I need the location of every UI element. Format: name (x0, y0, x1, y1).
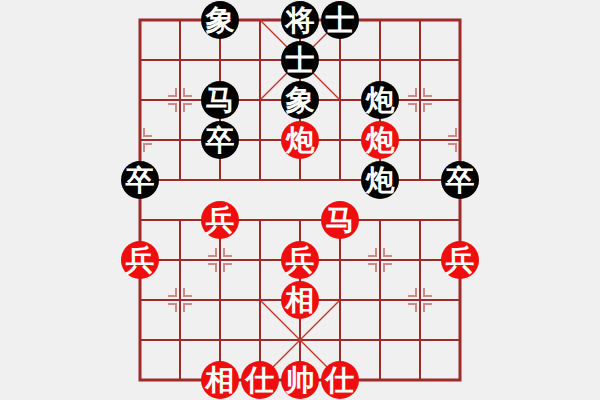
black-cannon[interactable]: 炮 (361, 161, 399, 199)
red-soldier[interactable]: 兵 (201, 201, 239, 239)
black-general[interactable]: 将 (281, 1, 319, 39)
red-soldier[interactable]: 兵 (281, 241, 319, 279)
black-elephant[interactable]: 象 (201, 1, 239, 39)
black-soldier[interactable]: 卒 (201, 121, 239, 159)
xiangqi-board: 象将士士马象炮卒炮炮卒炮卒兵马兵兵兵相相仕帅仕 (0, 0, 600, 400)
black-advisor[interactable]: 士 (321, 1, 359, 39)
black-soldier[interactable]: 卒 (121, 161, 159, 199)
xiangqi-screenshot: 象将士士马象炮卒炮炮卒炮卒兵马兵兵兵相相仕帅仕 (0, 0, 600, 400)
black-soldier[interactable]: 卒 (441, 161, 479, 199)
red-general[interactable]: 帅 (281, 361, 319, 399)
red-cannon[interactable]: 炮 (281, 121, 319, 159)
red-soldier[interactable]: 兵 (441, 241, 479, 279)
black-advisor[interactable]: 士 (281, 41, 319, 79)
red-advisor[interactable]: 仕 (241, 361, 279, 399)
red-cannon[interactable]: 炮 (361, 121, 399, 159)
red-horse[interactable]: 马 (321, 201, 359, 239)
red-elephant[interactable]: 相 (201, 361, 239, 399)
black-horse[interactable]: 马 (201, 81, 239, 119)
red-advisor[interactable]: 仕 (321, 361, 359, 399)
red-soldier[interactable]: 兵 (121, 241, 159, 279)
black-cannon[interactable]: 炮 (361, 81, 399, 119)
black-elephant[interactable]: 象 (281, 81, 319, 119)
red-elephant[interactable]: 相 (281, 281, 319, 319)
